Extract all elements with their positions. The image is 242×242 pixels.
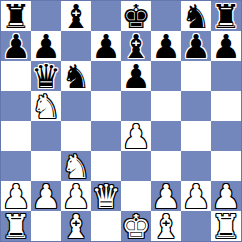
piece-white-bishop[interactable]: ♝ [61,210,91,242]
piece-black-pawn[interactable]: ♟ [151,30,181,63]
square-a4[interactable] [1,121,31,151]
square-f6[interactable] [151,61,181,91]
square-a5[interactable] [1,91,31,121]
piece-black-pawn[interactable]: ♟ [1,30,31,63]
square-e1[interactable]: ♚ [121,211,151,241]
square-f1[interactable]: ♝ [151,211,181,241]
square-b5[interactable]: ♞ [31,91,61,121]
square-h4[interactable] [211,121,241,151]
square-d6[interactable] [91,61,121,91]
square-c8[interactable]: ♝ [61,1,91,31]
square-g2[interactable]: ♟ [181,181,211,211]
piece-white-pawn[interactable]: ♟ [121,120,151,153]
square-e6[interactable]: ♟ [121,61,151,91]
square-e3[interactable] [121,151,151,181]
piece-black-pawn[interactable]: ♟ [91,30,121,63]
piece-white-pawn[interactable]: ♟ [181,180,211,213]
piece-white-knight[interactable]: ♞ [31,90,61,123]
piece-white-pawn[interactable]: ♟ [31,180,61,213]
piece-white-queen[interactable]: ♛ [91,180,121,213]
square-g4[interactable] [181,121,211,151]
piece-black-knight[interactable]: ♞ [61,60,91,93]
square-a6[interactable] [1,61,31,91]
square-g6[interactable] [181,61,211,91]
square-d7[interactable]: ♟ [91,31,121,61]
piece-white-rook[interactable]: ♜ [1,210,31,242]
square-h7[interactable]: ♟ [211,31,241,61]
square-a7[interactable]: ♟ [1,31,31,61]
square-d2[interactable]: ♛ [91,181,121,211]
piece-white-king[interactable]: ♚ [121,210,151,242]
square-f7[interactable]: ♟ [151,31,181,61]
chess-board: ♜♝♚♞♜♟♟♟♝♟♟♟♛♞♟♞♟♞♟♟♟♛♟♟♟♜♝♚♝♜ [0,0,242,242]
square-h6[interactable] [211,61,241,91]
square-g5[interactable] [181,91,211,121]
square-d4[interactable] [91,121,121,151]
square-g7[interactable]: ♟ [181,31,211,61]
square-f5[interactable] [151,91,181,121]
square-b4[interactable] [31,121,61,151]
square-c1[interactable]: ♝ [61,211,91,241]
square-h5[interactable] [211,91,241,121]
square-b2[interactable]: ♟ [31,181,61,211]
square-h1[interactable]: ♜ [211,211,241,241]
square-c5[interactable] [61,91,91,121]
piece-black-pawn[interactable]: ♟ [211,30,241,63]
square-d5[interactable] [91,91,121,121]
square-b1[interactable] [31,211,61,241]
square-a1[interactable]: ♜ [1,211,31,241]
piece-white-rook[interactable]: ♜ [211,210,241,242]
piece-black-pawn[interactable]: ♟ [181,30,211,63]
square-d1[interactable] [91,211,121,241]
piece-black-bishop[interactable]: ♝ [61,0,91,33]
square-g1[interactable] [181,211,211,241]
square-f4[interactable] [151,121,181,151]
piece-white-bishop[interactable]: ♝ [151,210,181,242]
square-e4[interactable]: ♟ [121,121,151,151]
piece-black-pawn[interactable]: ♟ [121,60,151,93]
square-c6[interactable]: ♞ [61,61,91,91]
